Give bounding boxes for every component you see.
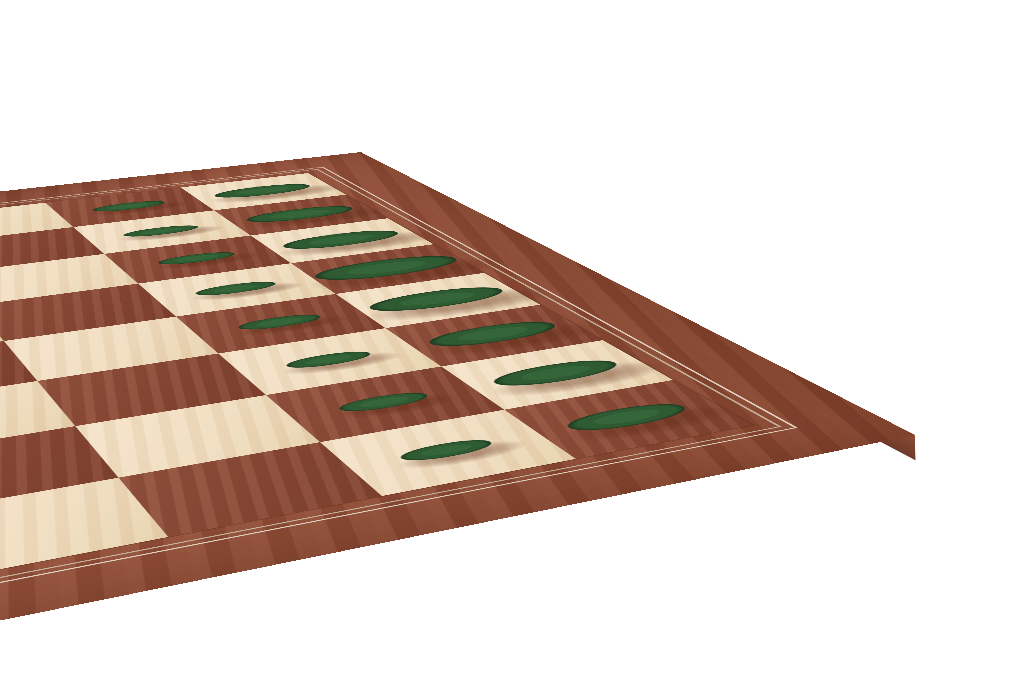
chess-board: ♜♟♞♟♝♟♚♟♛♟♝♟♞♟♜♟ bbox=[0, 152, 915, 683]
perspective-viewport: ♜♟♞♟♝♟♚♟♛♟♝♟♞♟♜♟ bbox=[0, 0, 1024, 683]
piece-white-pawn-a2: ♟ bbox=[365, 273, 529, 456]
product-photo-scene: ♜♟♞♟♝♟♚♟♛♟♝♟♞♟♜♟ bbox=[0, 0, 1024, 683]
piece-white-rook-a1: ♜ bbox=[517, 179, 737, 425]
